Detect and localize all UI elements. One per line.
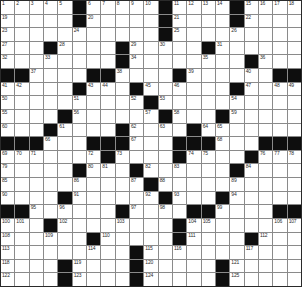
crossword-cell[interactable]: [87, 42, 100, 55]
crossword-cell[interactable]: [44, 192, 57, 205]
crossword-cell[interactable]: [202, 192, 215, 205]
crossword-cell[interactable]: 36: [259, 55, 272, 68]
crossword-cell[interactable]: [187, 83, 200, 96]
crossword-cell[interactable]: [73, 219, 86, 232]
crossword-cell[interactable]: [87, 273, 100, 286]
crossword-cell[interactable]: 82: [144, 164, 157, 177]
crossword-cell[interactable]: [15, 15, 28, 28]
crossword-cell[interactable]: [202, 96, 215, 109]
crossword-cell[interactable]: 100: [1, 219, 14, 232]
crossword-cell[interactable]: 109: [44, 233, 57, 246]
crossword-cell[interactable]: [58, 15, 71, 28]
crossword-cell[interactable]: [116, 233, 129, 246]
crossword-cell[interactable]: 40: [245, 69, 258, 82]
crossword-cell[interactable]: [15, 55, 28, 68]
crossword-cell[interactable]: 95: [30, 205, 43, 218]
crossword-cell[interactable]: [202, 260, 215, 273]
crossword-cell[interactable]: [187, 246, 200, 259]
crossword-cell[interactable]: [144, 28, 157, 41]
crossword-cell[interactable]: 52: [130, 96, 143, 109]
crossword-cell[interactable]: [202, 15, 215, 28]
crossword-cell[interactable]: 110: [101, 233, 114, 246]
crossword-cell[interactable]: 41: [1, 83, 14, 96]
crossword-cell[interactable]: [259, 219, 272, 232]
crossword-cell[interactable]: [15, 42, 28, 55]
crossword-cell[interactable]: [30, 219, 43, 232]
crossword-cell[interactable]: [73, 246, 86, 259]
crossword-cell[interactable]: [58, 164, 71, 177]
crossword-cell[interactable]: [288, 96, 301, 109]
crossword-cell[interactable]: [130, 233, 143, 246]
crossword-cell[interactable]: [15, 96, 28, 109]
crossword-cell[interactable]: [187, 178, 200, 191]
crossword-cell[interactable]: [30, 233, 43, 246]
crossword-cell[interactable]: [259, 260, 272, 273]
crossword-cell[interactable]: [87, 96, 100, 109]
crossword-cell[interactable]: [273, 42, 286, 55]
crossword-cell[interactable]: 47: [245, 83, 258, 96]
crossword-cell[interactable]: [159, 137, 172, 150]
crossword-cell[interactable]: 64: [202, 124, 215, 137]
crossword-cell[interactable]: 73: [116, 151, 129, 164]
crossword-cell[interactable]: 92: [144, 192, 157, 205]
crossword-cell[interactable]: [130, 15, 143, 28]
crossword-cell[interactable]: [44, 151, 57, 164]
crossword-cell[interactable]: [259, 246, 272, 259]
crossword-cell[interactable]: [230, 137, 243, 150]
crossword-cell[interactable]: 69: [1, 151, 14, 164]
crossword-cell[interactable]: 28: [58, 42, 71, 55]
crossword-cell[interactable]: [30, 110, 43, 123]
crossword-cell[interactable]: [58, 137, 71, 150]
crossword-cell[interactable]: [15, 246, 28, 259]
crossword-cell[interactable]: [259, 28, 272, 41]
crossword-cell[interactable]: [259, 273, 272, 286]
crossword-cell[interactable]: [273, 55, 286, 68]
crossword-cell[interactable]: [58, 28, 71, 41]
crossword-cell[interactable]: [30, 260, 43, 273]
crossword-cell[interactable]: [230, 219, 243, 232]
crossword-cell[interactable]: [245, 124, 258, 137]
crossword-cell[interactable]: [216, 164, 229, 177]
crossword-cell[interactable]: [58, 151, 71, 164]
crossword-cell[interactable]: [73, 137, 86, 150]
crossword-cell[interactable]: [87, 110, 100, 123]
crossword-cell[interactable]: [159, 260, 172, 273]
crossword-cell[interactable]: [259, 96, 272, 109]
crossword-cell[interactable]: [288, 164, 301, 177]
crossword-cell[interactable]: [101, 28, 114, 41]
crossword-cell[interactable]: [273, 192, 286, 205]
crossword-cell[interactable]: [44, 273, 57, 286]
crossword-cell[interactable]: 116: [173, 246, 186, 259]
crossword-cell[interactable]: [130, 219, 143, 232]
crossword-cell[interactable]: [87, 28, 100, 41]
crossword-cell[interactable]: [101, 42, 114, 55]
crossword-cell[interactable]: [245, 205, 258, 218]
crossword-cell[interactable]: [144, 137, 157, 150]
crossword-cell[interactable]: [216, 246, 229, 259]
crossword-cell[interactable]: 59: [230, 110, 243, 123]
crossword-cell[interactable]: 77: [273, 151, 286, 164]
crossword-cell[interactable]: [288, 246, 301, 259]
crossword-cell[interactable]: 86: [73, 178, 86, 191]
crossword-cell[interactable]: [73, 151, 86, 164]
crossword-cell[interactable]: [245, 110, 258, 123]
crossword-cell[interactable]: [73, 124, 86, 137]
crossword-cell[interactable]: 75: [202, 151, 215, 164]
crossword-cell[interactable]: [288, 178, 301, 191]
crossword-cell[interactable]: [130, 151, 143, 164]
crossword-cell[interactable]: 29: [130, 42, 143, 55]
crossword-cell[interactable]: [116, 96, 129, 109]
crossword-cell[interactable]: 83: [173, 164, 186, 177]
crossword-cell[interactable]: 26: [230, 28, 243, 41]
crossword-cell[interactable]: [116, 260, 129, 273]
crossword-cell[interactable]: [144, 69, 157, 82]
crossword-cell[interactable]: [30, 164, 43, 177]
crossword-cell[interactable]: 21: [173, 15, 186, 28]
crossword-cell[interactable]: 49: [288, 83, 301, 96]
crossword-cell[interactable]: 11: [173, 1, 186, 14]
crossword-cell[interactable]: 72: [87, 151, 100, 164]
crossword-cell[interactable]: [44, 96, 57, 109]
crossword-cell[interactable]: [30, 178, 43, 191]
crossword-cell[interactable]: [15, 164, 28, 177]
crossword-cell[interactable]: 53: [159, 96, 172, 109]
crossword-cell[interactable]: [130, 28, 143, 41]
crossword-cell[interactable]: [15, 233, 28, 246]
crossword-cell[interactable]: 99: [216, 205, 229, 218]
crossword-cell[interactable]: [173, 205, 186, 218]
crossword-cell[interactable]: 78: [288, 151, 301, 164]
crossword-cell[interactable]: [116, 246, 129, 259]
crossword-cell[interactable]: [187, 260, 200, 273]
crossword-cell[interactable]: [273, 233, 286, 246]
crossword-cell[interactable]: [144, 42, 157, 55]
crossword-cell[interactable]: [288, 28, 301, 41]
crossword-cell[interactable]: 123: [73, 273, 86, 286]
crossword-cell[interactable]: [245, 96, 258, 109]
crossword-cell[interactable]: 14: [216, 1, 229, 14]
crossword-cell[interactable]: 80: [87, 164, 100, 177]
crossword-cell[interactable]: 42: [15, 83, 28, 96]
crossword-cell[interactable]: 66: [44, 137, 57, 150]
crossword-cell[interactable]: 16: [259, 1, 272, 14]
crossword-cell[interactable]: 13: [202, 1, 215, 14]
crossword-cell[interactable]: [116, 192, 129, 205]
crossword-cell[interactable]: [273, 15, 286, 28]
crossword-cell[interactable]: [259, 42, 272, 55]
crossword-cell[interactable]: [230, 124, 243, 137]
crossword-cell[interactable]: [230, 69, 243, 82]
crossword-cell[interactable]: 39: [187, 69, 200, 82]
crossword-cell[interactable]: [159, 233, 172, 246]
crossword-cell[interactable]: [87, 219, 100, 232]
crossword-cell[interactable]: [288, 124, 301, 137]
crossword-cell[interactable]: 62: [130, 124, 143, 137]
crossword-cell[interactable]: [202, 110, 215, 123]
crossword-cell[interactable]: 38: [116, 69, 129, 82]
crossword-cell[interactable]: 3: [30, 1, 43, 14]
crossword-cell[interactable]: [144, 55, 157, 68]
crossword-cell[interactable]: [87, 55, 100, 68]
crossword-cell[interactable]: 8: [116, 1, 129, 14]
crossword-cell[interactable]: [173, 55, 186, 68]
crossword-cell[interactable]: 117: [245, 246, 258, 259]
crossword-cell[interactable]: [159, 219, 172, 232]
crossword-cell[interactable]: [288, 42, 301, 55]
crossword-cell[interactable]: [259, 110, 272, 123]
crossword-cell[interactable]: [273, 246, 286, 259]
crossword-cell[interactable]: [130, 69, 143, 82]
crossword-cell[interactable]: [44, 15, 57, 28]
crossword-cell[interactable]: [273, 260, 286, 273]
crossword-cell[interactable]: [30, 246, 43, 259]
crossword-cell[interactable]: [245, 192, 258, 205]
crossword-cell[interactable]: 101: [15, 219, 28, 232]
crossword-cell[interactable]: [216, 151, 229, 164]
crossword-cell[interactable]: [187, 55, 200, 68]
crossword-cell[interactable]: 79: [1, 164, 14, 177]
crossword-cell[interactable]: [73, 205, 86, 218]
crossword-cell[interactable]: [202, 246, 215, 259]
crossword-cell[interactable]: [101, 55, 114, 68]
crossword-cell[interactable]: 120: [144, 260, 157, 273]
crossword-cell[interactable]: 119: [73, 260, 86, 273]
crossword-cell[interactable]: [44, 28, 57, 41]
crossword-cell[interactable]: 32: [1, 55, 14, 68]
crossword-cell[interactable]: [216, 69, 229, 82]
crossword-cell[interactable]: [259, 192, 272, 205]
crossword-cell[interactable]: 37: [30, 69, 43, 82]
crossword-cell[interactable]: [173, 96, 186, 109]
crossword-cell[interactable]: 4: [44, 1, 57, 14]
crossword-cell[interactable]: 51: [73, 96, 86, 109]
crossword-cell[interactable]: 102: [58, 219, 71, 232]
crossword-cell[interactable]: 55: [1, 110, 14, 123]
crossword-cell[interactable]: [73, 233, 86, 246]
crossword-cell[interactable]: [116, 178, 129, 191]
crossword-cell[interactable]: [101, 219, 114, 232]
crossword-cell[interactable]: 33: [44, 55, 57, 68]
crossword-cell[interactable]: [216, 15, 229, 28]
crossword-cell[interactable]: [15, 273, 28, 286]
crossword-cell[interactable]: 96: [58, 205, 71, 218]
crossword-cell[interactable]: [202, 178, 215, 191]
crossword-cell[interactable]: [259, 15, 272, 28]
crossword-cell[interactable]: 25: [173, 28, 186, 41]
crossword-cell[interactable]: [187, 28, 200, 41]
crossword-cell[interactable]: [15, 192, 28, 205]
crossword-cell[interactable]: [116, 110, 129, 123]
crossword-cell[interactable]: 103: [116, 219, 129, 232]
crossword-cell[interactable]: [15, 28, 28, 41]
crossword-cell[interactable]: 61: [58, 124, 71, 137]
crossword-cell[interactable]: [30, 55, 43, 68]
crossword-cell[interactable]: 104: [187, 219, 200, 232]
crossword-cell[interactable]: 94: [230, 192, 243, 205]
crossword-cell[interactable]: 114: [87, 246, 100, 259]
crossword-cell[interactable]: [202, 83, 215, 96]
crossword-cell[interactable]: [44, 260, 57, 273]
crossword-cell[interactable]: [245, 137, 258, 150]
crossword-cell[interactable]: 18: [288, 1, 301, 14]
crossword-cell[interactable]: [144, 151, 157, 164]
crossword-cell[interactable]: [44, 69, 57, 82]
crossword-cell[interactable]: [245, 260, 258, 273]
crossword-cell[interactable]: [230, 55, 243, 68]
crossword-cell[interactable]: 81: [101, 164, 114, 177]
crossword-cell[interactable]: [116, 15, 129, 28]
crossword-cell[interactable]: 43: [87, 83, 100, 96]
crossword-cell[interactable]: [230, 233, 243, 246]
crossword-cell[interactable]: [144, 205, 157, 218]
crossword-cell[interactable]: [159, 164, 172, 177]
crossword-cell[interactable]: [187, 15, 200, 28]
crossword-cell[interactable]: 34: [130, 55, 143, 68]
crossword-cell[interactable]: [130, 192, 143, 205]
crossword-cell[interactable]: [30, 273, 43, 286]
crossword-cell[interactable]: [44, 110, 57, 123]
crossword-cell[interactable]: 5: [58, 1, 71, 14]
crossword-cell[interactable]: [187, 192, 200, 205]
crossword-cell[interactable]: [58, 178, 71, 191]
crossword-cell[interactable]: 2: [15, 1, 28, 14]
crossword-cell[interactable]: [259, 205, 272, 218]
crossword-cell[interactable]: [87, 205, 100, 218]
crossword-cell[interactable]: [173, 178, 186, 191]
crossword-cell[interactable]: 90: [1, 192, 14, 205]
crossword-cell[interactable]: [30, 15, 43, 28]
crossword-cell[interactable]: 54: [230, 96, 243, 109]
crossword-cell[interactable]: [58, 69, 71, 82]
crossword-cell[interactable]: [245, 178, 258, 191]
crossword-cell[interactable]: [87, 192, 100, 205]
crossword-cell[interactable]: [273, 28, 286, 41]
crossword-cell[interactable]: 71: [30, 151, 43, 164]
crossword-cell[interactable]: 12: [187, 1, 200, 14]
crossword-cell[interactable]: 88: [159, 178, 172, 191]
crossword-cell[interactable]: 91: [73, 192, 86, 205]
crossword-cell[interactable]: 113: [1, 246, 14, 259]
crossword-cell[interactable]: [245, 42, 258, 55]
crossword-cell[interactable]: 22: [245, 15, 258, 28]
crossword-cell[interactable]: 111: [187, 233, 200, 246]
crossword-cell[interactable]: 106: [273, 219, 286, 232]
crossword-cell[interactable]: 58: [173, 110, 186, 123]
crossword-cell[interactable]: [101, 96, 114, 109]
crossword-cell[interactable]: 63: [159, 124, 172, 137]
crossword-cell[interactable]: [187, 42, 200, 55]
crossword-cell[interactable]: [58, 96, 71, 109]
crossword-cell[interactable]: 118: [1, 260, 14, 273]
crossword-cell[interactable]: [101, 273, 114, 286]
crossword-cell[interactable]: 15: [245, 1, 258, 14]
crossword-cell[interactable]: 45: [144, 83, 157, 96]
crossword-cell[interactable]: 60: [1, 124, 14, 137]
crossword-cell[interactable]: [144, 233, 157, 246]
crossword-cell[interactable]: [87, 260, 100, 273]
crossword-cell[interactable]: [101, 110, 114, 123]
crossword-cell[interactable]: [216, 96, 229, 109]
crossword-cell[interactable]: [15, 124, 28, 137]
crossword-cell[interactable]: 44: [101, 83, 114, 96]
crossword-cell[interactable]: [288, 55, 301, 68]
crossword-cell[interactable]: 70: [15, 151, 28, 164]
crossword-cell[interactable]: [273, 124, 286, 137]
crossword-cell[interactable]: [101, 178, 114, 191]
crossword-cell[interactable]: [159, 246, 172, 259]
crossword-cell[interactable]: 56: [73, 110, 86, 123]
crossword-cell[interactable]: [30, 42, 43, 55]
crossword-cell[interactable]: 108: [1, 233, 14, 246]
crossword-cell[interactable]: 35: [202, 55, 215, 68]
crossword-cell[interactable]: 23: [1, 28, 14, 41]
crossword-cell[interactable]: [216, 83, 229, 96]
crossword-cell[interactable]: [273, 273, 286, 286]
crossword-cell[interactable]: [159, 151, 172, 164]
crossword-cell[interactable]: 68: [216, 137, 229, 150]
crossword-cell[interactable]: [144, 219, 157, 232]
crossword-cell[interactable]: 65: [216, 124, 229, 137]
crossword-cell[interactable]: [101, 192, 114, 205]
crossword-cell[interactable]: [73, 42, 86, 55]
crossword-cell[interactable]: [259, 124, 272, 137]
crossword-cell[interactable]: [44, 246, 57, 259]
crossword-cell[interactable]: [15, 110, 28, 123]
crossword-cell[interactable]: 76: [259, 151, 272, 164]
crossword-cell[interactable]: [202, 273, 215, 286]
crossword-cell[interactable]: 50: [1, 96, 14, 109]
crossword-cell[interactable]: [259, 83, 272, 96]
crossword-cell[interactable]: 67: [130, 137, 143, 150]
crossword-cell[interactable]: [273, 164, 286, 177]
crossword-cell[interactable]: [30, 192, 43, 205]
crossword-cell[interactable]: [30, 124, 43, 137]
crossword-cell[interactable]: 46: [173, 83, 186, 96]
crossword-cell[interactable]: [273, 96, 286, 109]
crossword-cell[interactable]: [216, 233, 229, 246]
crossword-cell[interactable]: [216, 55, 229, 68]
crossword-cell[interactable]: [187, 110, 200, 123]
crossword-cell[interactable]: 57: [144, 110, 157, 123]
crossword-cell[interactable]: [230, 246, 243, 259]
crossword-cell[interactable]: [15, 178, 28, 191]
crossword-cell[interactable]: [44, 178, 57, 191]
crossword-cell[interactable]: [30, 83, 43, 96]
crossword-cell[interactable]: 87: [130, 178, 143, 191]
crossword-cell[interactable]: [230, 205, 243, 218]
crossword-cell[interactable]: [73, 55, 86, 68]
crossword-cell[interactable]: 10: [144, 1, 157, 14]
crossword-cell[interactable]: [101, 246, 114, 259]
crossword-cell[interactable]: 105: [202, 219, 215, 232]
crossword-cell[interactable]: [116, 28, 129, 41]
crossword-cell[interactable]: 48: [273, 83, 286, 96]
crossword-cell[interactable]: [30, 96, 43, 109]
crossword-cell[interactable]: [173, 273, 186, 286]
crossword-cell[interactable]: [288, 110, 301, 123]
crossword-cell[interactable]: [159, 55, 172, 68]
crossword-cell[interactable]: 19: [1, 15, 14, 28]
crossword-cell[interactable]: [259, 69, 272, 82]
crossword-cell[interactable]: [202, 69, 215, 82]
crossword-cell[interactable]: 17: [273, 1, 286, 14]
crossword-cell[interactable]: [101, 124, 114, 137]
crossword-cell[interactable]: [288, 260, 301, 273]
crossword-cell[interactable]: [144, 15, 157, 28]
